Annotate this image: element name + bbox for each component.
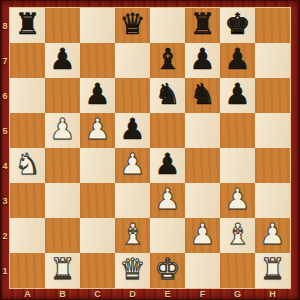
square-e6[interactable]: ♞ [150,78,185,113]
square-b1[interactable]: ♜ [45,253,80,288]
square-a8[interactable]: ♜ [10,8,45,43]
square-c7[interactable] [80,43,115,78]
piece-black-pawn[interactable]: ♟ [225,42,251,77]
square-g8[interactable]: ♚ [220,8,255,43]
piece-white-rook[interactable]: ♜ [260,252,286,287]
rank-label-3: 3 [0,183,10,218]
square-h4[interactable] [255,148,290,183]
square-a3[interactable] [10,183,45,218]
square-e1[interactable]: ♚ [150,253,185,288]
piece-black-pawn[interactable]: ♟ [50,42,76,77]
square-h6[interactable] [255,78,290,113]
square-d8[interactable]: ♛ [115,8,150,43]
square-a2[interactable] [10,218,45,253]
square-g2[interactable]: ♝ [220,218,255,253]
file-labels: ABCDEFGH [10,288,290,300]
square-g7[interactable]: ♟ [220,43,255,78]
piece-white-pawn[interactable]: ♟ [85,112,111,147]
piece-white-pawn[interactable]: ♟ [155,182,181,217]
piece-white-pawn[interactable]: ♟ [120,147,146,182]
square-e3[interactable]: ♟ [150,183,185,218]
piece-white-pawn[interactable]: ♟ [225,182,251,217]
file-label-a: A [10,288,45,300]
file-label-c: C [80,288,115,300]
square-b7[interactable]: ♟ [45,43,80,78]
square-h7[interactable] [255,43,290,78]
square-b8[interactable] [45,8,80,43]
square-d7[interactable] [115,43,150,78]
file-label-b: B [45,288,80,300]
square-d3[interactable] [115,183,150,218]
rank-label-5: 5 [0,113,10,148]
square-g5[interactable] [220,113,255,148]
square-e4[interactable]: ♟ [150,148,185,183]
piece-white-pawn[interactable]: ♟ [260,217,286,252]
chess-board: ♜♛♜♚♟♝♟♟♟♞♞♟♟♟♟♞♟♟♟♟♝♟♝♟♜♛♚♜ [10,8,290,288]
file-label-e: E [150,288,185,300]
square-a6[interactable] [10,78,45,113]
piece-black-rook[interactable]: ♜ [15,7,41,42]
square-c5[interactable]: ♟ [80,113,115,148]
rank-label-1: 1 [0,253,10,288]
piece-white-rook[interactable]: ♜ [50,252,76,287]
square-b2[interactable] [45,218,80,253]
piece-black-king[interactable]: ♚ [225,7,251,42]
piece-black-pawn[interactable]: ♟ [120,112,146,147]
piece-white-pawn[interactable]: ♟ [190,217,216,252]
piece-black-pawn[interactable]: ♟ [190,42,216,77]
piece-white-queen[interactable]: ♛ [120,252,146,287]
file-label-h: H [255,288,290,300]
square-f1[interactable] [185,253,220,288]
square-c4[interactable] [80,148,115,183]
square-e5[interactable] [150,113,185,148]
square-c8[interactable] [80,8,115,43]
square-c1[interactable] [80,253,115,288]
piece-white-bishop[interactable]: ♝ [120,217,146,252]
square-c3[interactable] [80,183,115,218]
square-f7[interactable]: ♟ [185,43,220,78]
piece-white-king[interactable]: ♚ [155,252,181,287]
piece-black-knight[interactable]: ♞ [190,77,216,112]
piece-black-bishop[interactable]: ♝ [155,42,181,77]
square-d5[interactable]: ♟ [115,113,150,148]
square-d2[interactable]: ♝ [115,218,150,253]
square-f3[interactable] [185,183,220,218]
chess-board-frame: 87654321 ♜♛♜♚♟♝♟♟♟♞♞♟♟♟♟♞♟♟♟♟♝♟♝♟♜♛♚♜ AB… [0,0,300,300]
square-f5[interactable] [185,113,220,148]
piece-black-knight[interactable]: ♞ [155,77,181,112]
square-g3[interactable]: ♟ [220,183,255,218]
square-a5[interactable] [10,113,45,148]
square-d1[interactable]: ♛ [115,253,150,288]
piece-white-bishop[interactable]: ♝ [225,217,251,252]
square-h5[interactable] [255,113,290,148]
rank-label-7: 7 [0,43,10,78]
square-g4[interactable] [220,148,255,183]
square-g6[interactable]: ♟ [220,78,255,113]
square-h1[interactable]: ♜ [255,253,290,288]
rank-label-6: 6 [0,78,10,113]
file-label-g: G [220,288,255,300]
piece-black-pawn[interactable]: ♟ [225,77,251,112]
square-b4[interactable] [45,148,80,183]
square-a1[interactable] [10,253,45,288]
piece-white-pawn[interactable]: ♟ [50,112,76,147]
file-label-d: D [115,288,150,300]
square-g1[interactable] [220,253,255,288]
square-f4[interactable] [185,148,220,183]
square-e2[interactable] [150,218,185,253]
square-d6[interactable] [115,78,150,113]
square-b6[interactable] [45,78,80,113]
square-f6[interactable]: ♞ [185,78,220,113]
square-a4[interactable]: ♞ [10,148,45,183]
rank-label-2: 2 [0,218,10,253]
rank-labels: 87654321 [0,8,10,288]
square-h3[interactable] [255,183,290,218]
square-c6[interactable]: ♟ [80,78,115,113]
piece-black-rook[interactable]: ♜ [190,7,216,42]
square-f2[interactable]: ♟ [185,218,220,253]
square-c2[interactable] [80,218,115,253]
square-d4[interactable]: ♟ [115,148,150,183]
rank-label-8: 8 [0,8,10,43]
rank-label-4: 4 [0,148,10,183]
square-f8[interactable]: ♜ [185,8,220,43]
piece-black-pawn[interactable]: ♟ [85,77,111,112]
square-e8[interactable] [150,8,185,43]
square-e7[interactable]: ♝ [150,43,185,78]
piece-white-knight[interactable]: ♞ [15,147,41,182]
square-b3[interactable] [45,183,80,218]
piece-black-queen[interactable]: ♛ [120,7,146,42]
square-a7[interactable] [10,43,45,78]
piece-black-pawn[interactable]: ♟ [155,147,181,182]
square-h2[interactable]: ♟ [255,218,290,253]
square-h8[interactable] [255,8,290,43]
file-label-f: F [185,288,220,300]
square-b5[interactable]: ♟ [45,113,80,148]
